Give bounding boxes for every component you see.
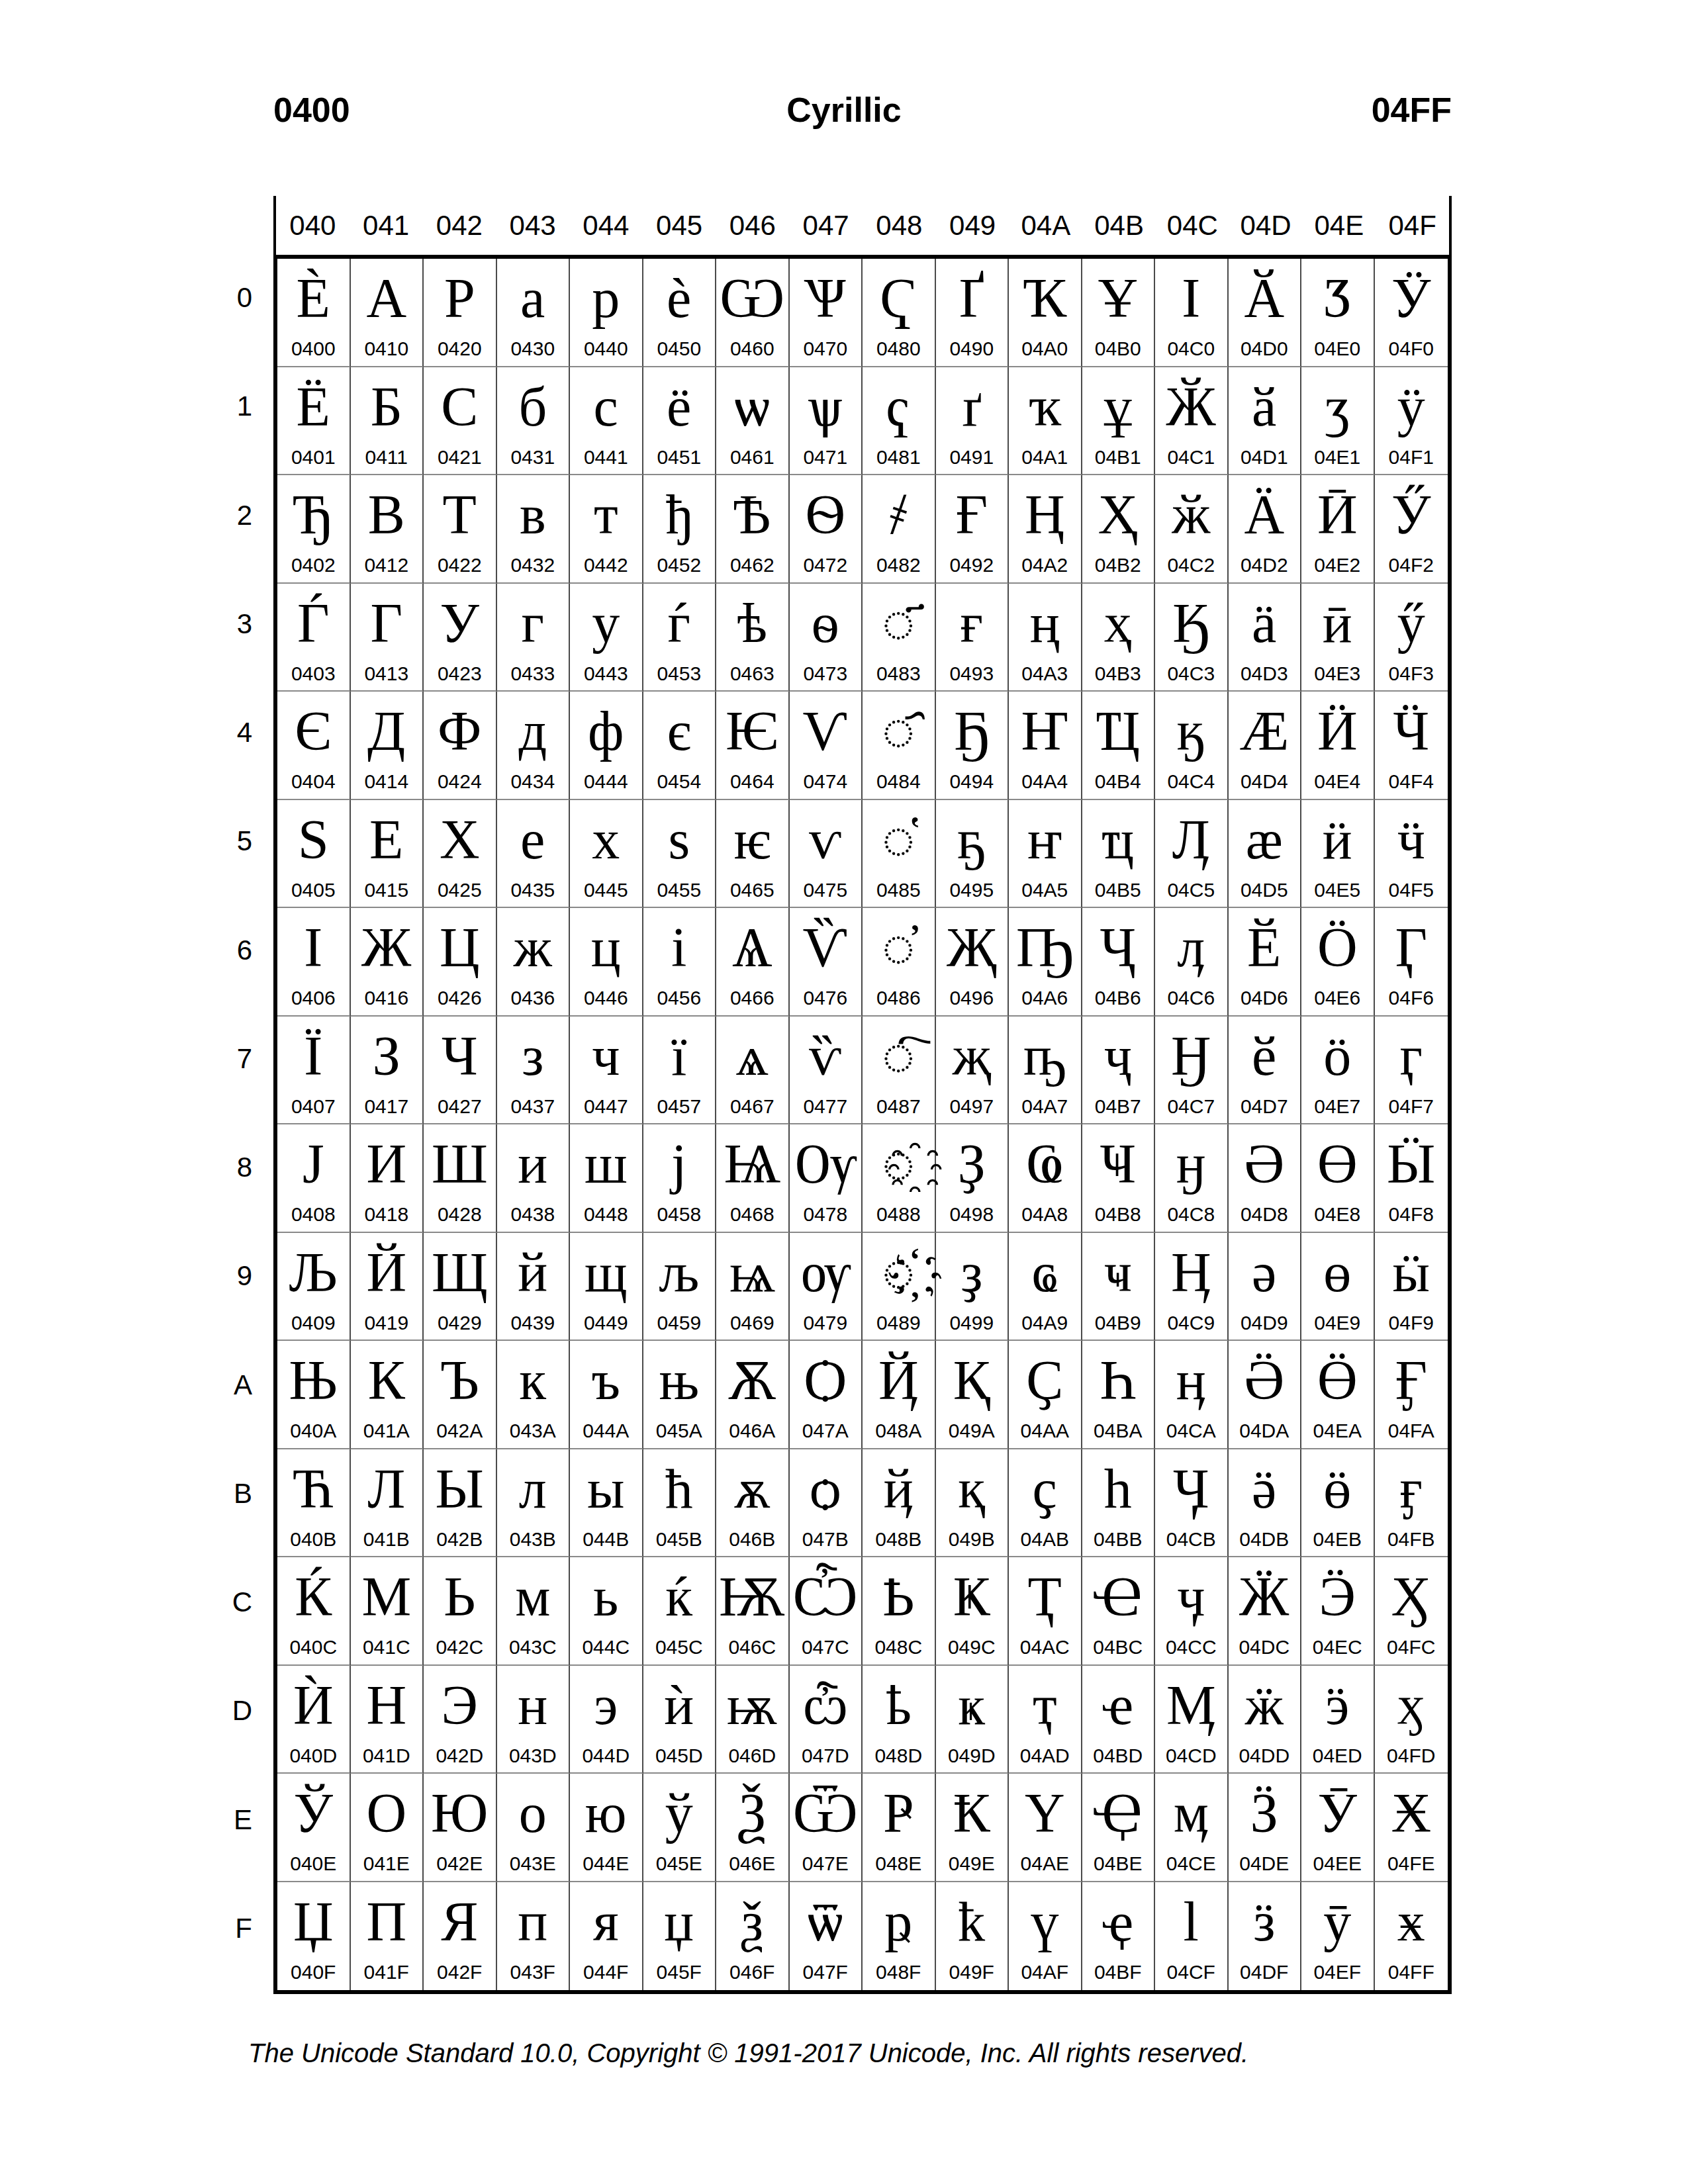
chart-cell: ӈ04C8 [1155, 1124, 1229, 1233]
cell-glyph: ќ [643, 1559, 716, 1635]
cell-glyph: ◌҆ [863, 910, 935, 985]
chart-cell: Ї0407 [277, 1017, 351, 1125]
cell-glyph: ◌҃ [863, 586, 935, 661]
cell-code: 044F [570, 1961, 642, 1983]
cell-code: 040A [277, 1420, 350, 1442]
chart-cell: Ѧ0466 [716, 908, 790, 1017]
cell-glyph: Ӄ [1155, 586, 1227, 661]
chart-cell: ѯ046F [716, 1882, 790, 1991]
cell-glyph: Ъ [424, 1343, 496, 1418]
cell-glyph: Ӊ [1155, 1235, 1227, 1310]
cell-glyph: с [570, 369, 642, 445]
cell-glyph: н [497, 1668, 569, 1743]
cell-code: 0486 [863, 987, 935, 1009]
cell-code: 0407 [277, 1095, 350, 1118]
cell-glyph: ӂ [1155, 477, 1227, 553]
cell-glyph: У [424, 586, 496, 661]
cell-glyph: Ѭ [716, 1559, 788, 1635]
cell-code: 047A [790, 1420, 862, 1442]
chart-cell: Җ0496 [936, 908, 1009, 1017]
cell-code: 04E6 [1301, 987, 1374, 1009]
chart-cell: ѐ0450 [643, 259, 717, 367]
chart-cell: Е0415 [351, 800, 424, 909]
cell-code: 0453 [643, 662, 716, 685]
chart-cell: Ӹ04F8 [1375, 1124, 1448, 1233]
chart-cell: Ѵ0474 [790, 692, 863, 800]
cell-code: 04BE [1082, 1852, 1154, 1875]
cell-code: 04D0 [1229, 338, 1301, 360]
cell-glyph: ї [643, 1019, 716, 1094]
chart-cell: ӿ04FF [1375, 1882, 1448, 1991]
chart-cell: Ѥ0464 [716, 692, 790, 800]
chart-cell: Ѓ0403 [277, 584, 351, 692]
chart-cell: ӫ04EB [1301, 1449, 1375, 1558]
cell-code: 04F0 [1375, 338, 1448, 360]
cell-code: 0400 [277, 338, 350, 360]
cell-glyph: Ӎ [1155, 1668, 1227, 1743]
row-header: 8 [185, 1124, 273, 1233]
row-header: C [185, 1559, 273, 1668]
cell-code: 0461 [716, 446, 788, 469]
row-header: 4 [185, 690, 273, 798]
cell-code: 04C7 [1155, 1095, 1227, 1118]
chart-cell: ӯ04EF [1301, 1882, 1375, 1991]
cell-glyph: Х [424, 802, 496, 878]
cell-glyph: Ҟ [936, 1776, 1008, 1851]
cell-glyph: ӽ [1375, 1668, 1448, 1743]
cell-glyph: Ѝ [277, 1668, 350, 1743]
cell-code: 0457 [643, 1095, 716, 1118]
cell-glyph: ұ [1082, 369, 1154, 445]
cell-code: 04D3 [1229, 662, 1301, 685]
row-header: 0 [185, 255, 273, 363]
cell-glyph: Ӯ [1301, 1776, 1374, 1851]
cell-glyph: ҹ [1082, 1235, 1154, 1310]
cell-code: 0424 [424, 770, 496, 793]
chart-cell: ӱ04F1 [1375, 367, 1448, 476]
cell-glyph: Ҁ [863, 261, 935, 336]
cell-code: 0421 [424, 446, 496, 469]
cell-glyph: Љ [277, 1235, 350, 1310]
cell-glyph: Ң [1009, 477, 1081, 553]
column-headers: 04004104204304404504604704804904A04B04C0… [273, 196, 1452, 255]
chart-cell: ҝ049D [936, 1666, 1009, 1774]
column-header: 04D [1229, 196, 1303, 255]
cell-code: 04FD [1375, 1745, 1448, 1767]
chart-cell: ӭ04ED [1301, 1666, 1375, 1774]
column-header: 046 [716, 196, 790, 255]
cell-glyph: Ѹ [790, 1126, 862, 1202]
cell-glyph: Ѣ [716, 477, 788, 553]
chart-cell: Ҋ048A [863, 1341, 936, 1449]
chart-cell: Ҝ049C [936, 1557, 1009, 1666]
cell-code: 0472 [790, 554, 862, 576]
cell-glyph: ӏ [1155, 1884, 1227, 1960]
chart-cell: ҁ0481 [863, 367, 936, 476]
chart-cell: ә04D9 [1229, 1233, 1302, 1342]
chart-cell: Ӟ04DE [1229, 1774, 1302, 1882]
cell-code: 0488 [863, 1203, 935, 1226]
chart-cell: Ә04D8 [1229, 1124, 1302, 1233]
cell-glyph: Г [351, 586, 423, 661]
cell-glyph: қ [936, 1451, 1008, 1527]
cell-glyph: ҫ [1009, 1451, 1081, 1527]
cell-glyph: ҙ [936, 1235, 1008, 1310]
cell-glyph: Т [424, 477, 496, 553]
cell-glyph: ш [570, 1126, 642, 1202]
cell-glyph: Ӫ [1301, 1343, 1374, 1418]
chart-cell: ѳ0473 [790, 584, 863, 692]
chart-cell: в0432 [497, 475, 571, 584]
chart-cell: Ң04A2 [1009, 475, 1082, 584]
chart-cell: ұ04B1 [1082, 367, 1156, 476]
chart-cell: К041A [351, 1341, 424, 1449]
cell-code: 043F [497, 1961, 569, 1983]
cell-code: 04E0 [1301, 338, 1374, 360]
chart-cell: ӗ04D7 [1229, 1017, 1302, 1125]
chart-cell: ѵ0475 [790, 800, 863, 909]
cell-code: 046F [716, 1961, 788, 1983]
chart-cell: Ѹ0478 [790, 1124, 863, 1233]
cell-glyph: Ө [1301, 1126, 1374, 1202]
chart-cell: Ҥ04A4 [1009, 692, 1082, 800]
chart-cell: Ҁ0480 [863, 259, 936, 367]
chart-cell: Ӆ04C5 [1155, 800, 1229, 909]
chart-cell: о043E [497, 1774, 571, 1882]
cell-code: 041A [351, 1420, 423, 1442]
cell-glyph: Ь [424, 1559, 496, 1635]
cell-glyph: Ҏ [863, 1776, 935, 1851]
cell-code: 0405 [277, 879, 350, 901]
cell-glyph: ѝ [643, 1668, 716, 1743]
chart-cell: ђ0452 [643, 475, 717, 584]
chart-cell: Щ0429 [424, 1233, 497, 1342]
cell-glyph: ҿ [1082, 1884, 1154, 1960]
cell-glyph: Ҭ [1009, 1559, 1081, 1635]
chart-cell: Ќ040C [277, 1557, 351, 1666]
cell-glyph: ё [643, 369, 716, 445]
cell-glyph: ј [643, 1126, 716, 1202]
cell-glyph: ю [570, 1776, 642, 1851]
column-header: 04A [1009, 196, 1083, 255]
cell-glyph: щ [570, 1235, 642, 1310]
cell-glyph: ѭ [716, 1668, 788, 1743]
cell-code: 0440 [570, 338, 642, 360]
cell-glyph: Ҩ [1009, 1126, 1081, 1202]
chart-cell: Ӭ04EC [1301, 1557, 1375, 1666]
cell-code: 04E1 [1301, 446, 1374, 469]
cell-code: 044B [570, 1528, 642, 1551]
chart-cell: ◌҅0485 [863, 800, 936, 909]
chart-cell: ҿ04BF [1082, 1882, 1156, 1991]
cell-glyph: ӕ [1229, 802, 1301, 878]
cell-code: 042B [424, 1528, 496, 1551]
cell-code: 0410 [351, 338, 423, 360]
chart-cell: Ӝ04DC [1229, 1557, 1302, 1666]
cell-code: 041E [351, 1852, 423, 1875]
cell-code: 04D8 [1229, 1203, 1301, 1226]
cell-glyph: ҭ [1009, 1668, 1081, 1743]
chart-cell: ӵ04F5 [1375, 800, 1448, 909]
cell-code: 0462 [716, 554, 788, 576]
cell-code: 0498 [936, 1203, 1008, 1226]
chart-cell: О041E [351, 1774, 424, 1882]
column-header: 048 [863, 196, 936, 255]
cell-glyph: Ҋ [863, 1343, 935, 1418]
cell-glyph: Ѱ [790, 261, 862, 336]
cell-code: 0442 [570, 554, 642, 576]
cell-glyph: Ӈ [1155, 1019, 1227, 1094]
cell-code: 0474 [790, 770, 862, 793]
chart-cell: Ӽ04FC [1375, 1557, 1448, 1666]
cell-glyph: џ [643, 1884, 716, 1960]
cell-glyph: Ж [351, 910, 423, 985]
chart-cell: Х0425 [424, 800, 497, 909]
cell-glyph: ӭ [1301, 1668, 1374, 1743]
chart-cell: Ы042B [424, 1449, 497, 1558]
cell-glyph: ґ [936, 369, 1008, 445]
chart-cell: Ӛ04DA [1229, 1341, 1302, 1449]
chart-cell: Ѷ0476 [790, 908, 863, 1017]
cell-code: 0451 [643, 446, 716, 469]
chart-cell: Ҫ04AA [1009, 1341, 1082, 1449]
cell-code: 0494 [936, 770, 1008, 793]
cell-code: 04F6 [1375, 987, 1448, 1009]
chart-cell: Ҧ04A6 [1009, 908, 1082, 1017]
chart-cell: я044F [570, 1882, 643, 1991]
cell-glyph: ѧ [716, 1019, 788, 1094]
cell-code: 04DB [1229, 1528, 1301, 1551]
cell-glyph: ӗ [1229, 1019, 1301, 1094]
cell-code: 044E [570, 1852, 642, 1875]
cell-glyph: у [570, 586, 642, 661]
cell-code: 04F3 [1375, 662, 1448, 685]
cell-glyph: Ѵ [790, 694, 862, 769]
cell-code: 04F2 [1375, 554, 1448, 576]
cell-code: 047B [790, 1528, 862, 1551]
chart-cell: Ӵ04F4 [1375, 692, 1448, 800]
cell-code: 0464 [716, 770, 788, 793]
cell-code: 0409 [277, 1312, 350, 1334]
column-header: 043 [496, 196, 569, 255]
cell-glyph: В [351, 477, 423, 553]
chart-cell: Ҏ048E [863, 1774, 936, 1882]
cell-code: 042A [424, 1420, 496, 1442]
cell-code: 048A [863, 1420, 935, 1442]
chart-cell: Ҙ0498 [936, 1124, 1009, 1233]
chart-cell: Ӂ04C1 [1155, 367, 1229, 476]
cell-glyph: Ѻ [790, 1343, 862, 1418]
chart-cell: е0435 [497, 800, 571, 909]
cell-code: 04C5 [1155, 879, 1227, 901]
chart-cell: ѿ047F [790, 1882, 863, 1991]
cell-glyph: т [570, 477, 642, 553]
row-header: F [185, 1886, 273, 1994]
chart-cell: ѣ0463 [716, 584, 790, 692]
code-chart-grid: Ѐ0400А0410Р0420а0430р0440ѐ0450Ѡ0460Ѱ0470… [273, 255, 1452, 1994]
row-headers: 0123456789ABCDEF [185, 255, 273, 1994]
cell-code: 0493 [936, 662, 1008, 685]
cell-code: 045A [643, 1420, 716, 1442]
cell-code: 0454 [643, 770, 716, 793]
cell-code: 0465 [716, 879, 788, 901]
cell-code: 0492 [936, 554, 1008, 576]
cell-code: 04D7 [1229, 1095, 1301, 1118]
chart-cell: Ӡ04E0 [1301, 259, 1375, 367]
chart-cell: Л041B [351, 1449, 424, 1558]
cell-glyph: Њ [277, 1343, 350, 1418]
chart-cell: ѷ0477 [790, 1017, 863, 1125]
chart-cell: Ӗ04D6 [1229, 908, 1302, 1017]
chart-cell: Џ040F [277, 1882, 351, 1991]
cell-glyph: й [497, 1235, 569, 1310]
cell-code: 043C [497, 1636, 569, 1659]
cell-glyph: ӷ [1375, 1019, 1448, 1094]
cell-code: 04D4 [1229, 770, 1301, 793]
cell-code: 045E [643, 1852, 716, 1875]
cell-code: 04EE [1301, 1852, 1374, 1875]
cell-code: 0475 [790, 879, 862, 901]
cell-glyph: ҩ [1009, 1235, 1081, 1310]
cell-glyph: Ҹ [1082, 1126, 1154, 1202]
cell-glyph: Ӓ [1229, 477, 1301, 553]
cell-code: 04FF [1375, 1961, 1448, 1983]
cell-code: 045F [643, 1961, 716, 1983]
cell-code: 049E [936, 1852, 1008, 1875]
chart-cell: ӥ04E5 [1301, 800, 1375, 909]
cell-code: 04A3 [1009, 662, 1081, 685]
cell-glyph: Ѽ [790, 1559, 862, 1635]
cell-code: 048E [863, 1852, 935, 1875]
chart-cell: ӻ04FB [1375, 1449, 1448, 1558]
cell-glyph: Қ [936, 1343, 1008, 1418]
cell-code: 0408 [277, 1203, 350, 1226]
chart-cell: Ӄ04C3 [1155, 584, 1229, 692]
cell-code: 0456 [643, 987, 716, 1009]
chart-cell: ҥ04A5 [1009, 800, 1082, 909]
chart-cell: Ӑ04D0 [1229, 259, 1302, 367]
chart-cell: ҩ04A9 [1009, 1233, 1082, 1342]
chart-cell: ъ044A [570, 1341, 643, 1449]
cell-glyph: Ӭ [1301, 1559, 1374, 1635]
cell-glyph: ҷ [1082, 1019, 1154, 1094]
cell-code: 0441 [570, 446, 642, 469]
cell-code: 0458 [643, 1203, 716, 1226]
cell-code: 0443 [570, 662, 642, 685]
cell-glyph: ғ [936, 586, 1008, 661]
cell-glyph: Ӹ [1375, 1126, 1448, 1202]
cell-code: 0418 [351, 1203, 423, 1226]
cell-glyph: ѐ [643, 261, 716, 336]
cell-code: 0446 [570, 987, 642, 1009]
cell-code: 04C2 [1155, 554, 1227, 576]
row-header: E [185, 1777, 273, 1886]
cell-glyph: ѿ [790, 1884, 862, 1960]
cell-glyph: Ӟ [1229, 1776, 1301, 1851]
cell-glyph: Һ [1082, 1343, 1154, 1418]
cell-code: 0419 [351, 1312, 423, 1334]
cell-code: 0426 [424, 987, 496, 1009]
cell-code: 04A0 [1009, 338, 1081, 360]
cell-glyph: ѻ [790, 1451, 862, 1527]
cell-glyph: Ӷ [1375, 910, 1448, 985]
cell-glyph: І [277, 910, 350, 985]
row-header: B [185, 1451, 273, 1559]
cell-glyph: Ѩ [716, 1126, 788, 1202]
chart-cell: љ0459 [643, 1233, 717, 1342]
chart-cell: ҕ0495 [936, 800, 1009, 909]
cell-glyph: ӿ [1375, 1884, 1448, 1960]
cell-code: 04CB [1155, 1528, 1227, 1551]
cell-glyph: Ҫ [1009, 1343, 1081, 1418]
chart-cell: Ѭ046C [716, 1557, 790, 1666]
cell-code: 0497 [936, 1095, 1008, 1118]
cell-code: 0435 [497, 879, 569, 901]
cell-code: 04AC [1009, 1636, 1081, 1659]
cell-code: 04DD [1229, 1745, 1301, 1767]
cell-glyph: һ [1082, 1451, 1154, 1527]
cell-code: 04CD [1155, 1745, 1227, 1767]
cell-glyph: ӳ [1375, 586, 1448, 661]
chart-cell: ӷ04F7 [1375, 1017, 1448, 1125]
chart-cell: Ш0428 [424, 1124, 497, 1233]
cell-glyph: Ѓ [277, 586, 350, 661]
chart-cell: Ъ042A [424, 1341, 497, 1449]
cell-glyph: Ӧ [1301, 910, 1374, 985]
cell-code: 0471 [790, 446, 862, 469]
cell-glyph: Ҥ [1009, 694, 1081, 769]
cell-glyph: ӵ [1375, 802, 1448, 878]
chart-cell: ћ045B [643, 1449, 717, 1558]
chart-cell: қ049B [936, 1449, 1009, 1558]
cell-glyph: Ӛ [1229, 1343, 1301, 1418]
cell-code: 04A9 [1009, 1312, 1081, 1334]
cell-glyph: Ѷ [790, 910, 862, 985]
cell-code: 04BA [1082, 1420, 1154, 1442]
chart-cell: Ӯ04EE [1301, 1774, 1375, 1882]
cell-glyph: Ӽ [1375, 1559, 1448, 1635]
chart-cell: Ѩ0468 [716, 1124, 790, 1233]
cell-glyph: Ѿ [790, 1776, 862, 1851]
chart-cell: ӌ04CC [1155, 1557, 1229, 1666]
cell-code: 048C [863, 1636, 935, 1659]
chart-cell: Й0419 [351, 1233, 424, 1342]
chart-cell: Ӿ04FE [1375, 1774, 1448, 1882]
cell-glyph: Ҷ [1082, 910, 1154, 985]
chart-cell: і0456 [643, 908, 717, 1017]
chart-cell: Ѱ0470 [790, 259, 863, 367]
cell-glyph: Ӗ [1229, 910, 1301, 985]
cell-glyph: Ѥ [716, 694, 788, 769]
cell-code: 0439 [497, 1312, 569, 1334]
cell-code: 0423 [424, 662, 496, 685]
chart-cell: ◌҉0489 [863, 1233, 936, 1342]
cell-glyph: Ӡ [1301, 261, 1374, 336]
cell-code: 0412 [351, 554, 423, 576]
chart-cell: ү04AF [1009, 1882, 1082, 1991]
chart-cell: Њ040A [277, 1341, 351, 1449]
cell-code: 04A7 [1009, 1095, 1081, 1118]
cell-glyph: Ю [424, 1776, 496, 1851]
cell-code: 0469 [716, 1312, 788, 1334]
chart-cell: Р0420 [424, 259, 497, 367]
cell-glyph: ѩ [716, 1235, 788, 1310]
cell-glyph: К [351, 1343, 423, 1418]
cell-code: 04EB [1301, 1528, 1374, 1551]
chart-cell: Ӣ04E2 [1301, 475, 1375, 584]
cell-code: 042D [424, 1745, 496, 1767]
column-header: 04E [1303, 196, 1376, 255]
